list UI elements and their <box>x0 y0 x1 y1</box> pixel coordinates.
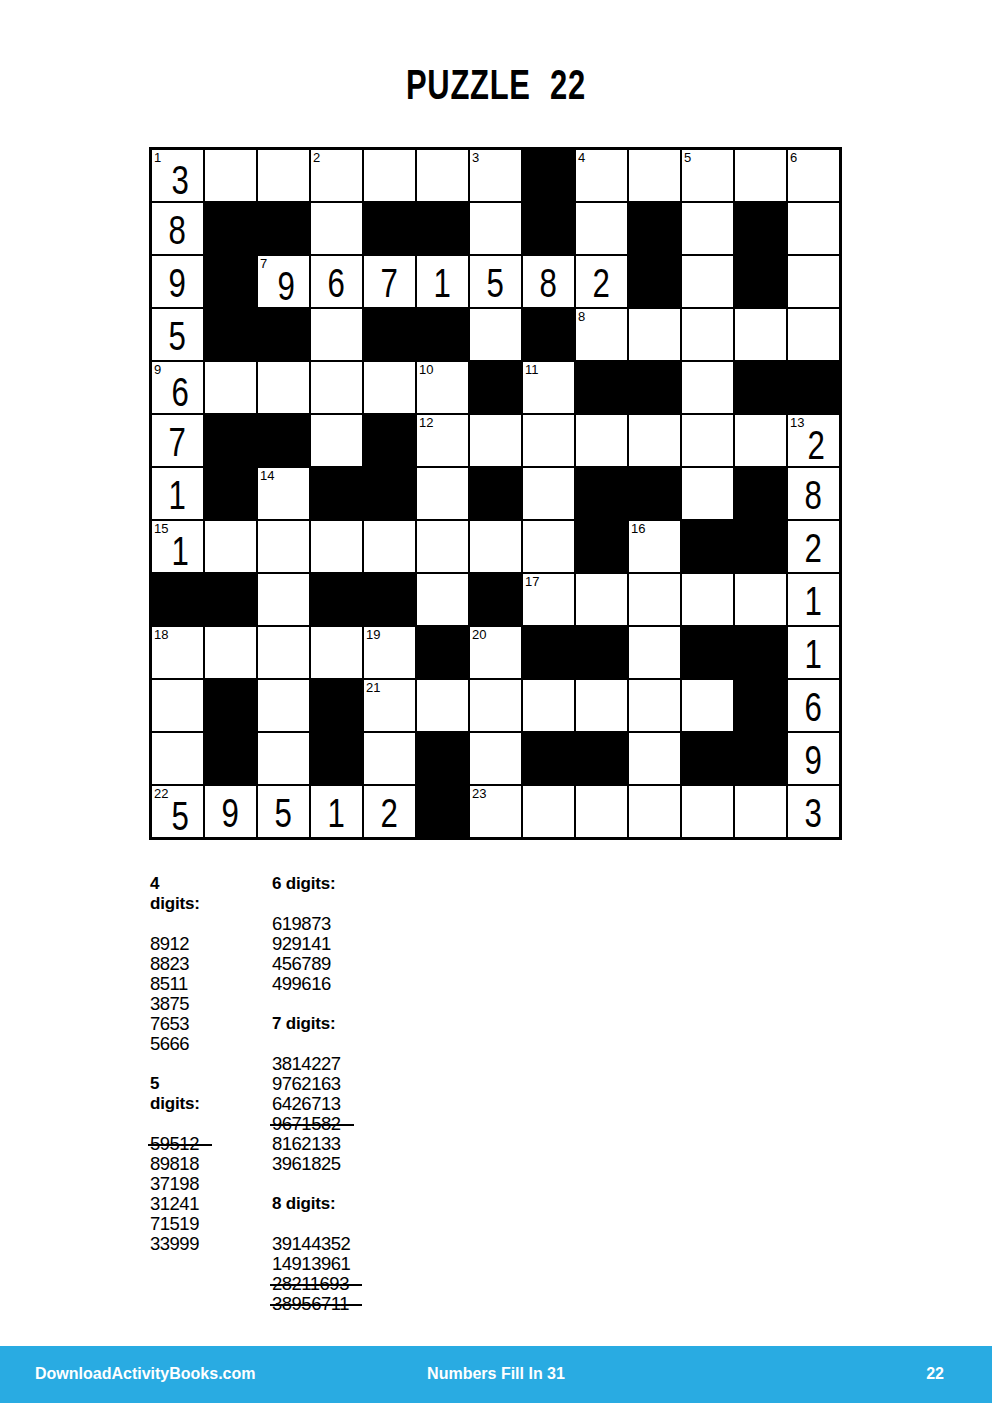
footer-puzzle-series-label: Numbers Fill In 31 <box>0 1346 992 1401</box>
white-cell[interactable] <box>576 415 627 466</box>
white-cell[interactable] <box>205 362 256 413</box>
white-cell[interactable] <box>735 574 786 625</box>
white-cell[interactable] <box>682 574 733 625</box>
black-cell <box>629 468 680 519</box>
white-cell[interactable] <box>258 627 309 678</box>
clue-entry: 39144352 <box>272 1234 350 1254</box>
clue-section: 5 digits:595128981837198312417151933999 <box>150 1074 200 1254</box>
white-cell[interactable]: 23 <box>470 786 521 837</box>
black-cell <box>152 574 203 625</box>
clue-entry: 929141 <box>272 934 350 954</box>
white-cell[interactable]: 8 <box>788 468 839 519</box>
cell-digit: 8 <box>169 210 186 250</box>
white-cell[interactable] <box>523 680 574 731</box>
black-cell <box>735 680 786 731</box>
white-cell[interactable] <box>629 150 680 201</box>
white-cell[interactable] <box>258 150 309 201</box>
clue-entry: 28211693 <box>272 1274 350 1294</box>
black-cell <box>788 362 839 413</box>
black-cell <box>364 415 415 466</box>
cell-digit: 8 <box>805 475 822 515</box>
black-cell <box>311 574 362 625</box>
clue-entry: 8511 <box>150 974 200 994</box>
white-cell[interactable]: 10 <box>417 362 468 413</box>
clue-number: 16 <box>631 521 645 536</box>
white-cell[interactable] <box>629 733 680 784</box>
clue-entry: 3961825 <box>272 1154 350 1174</box>
white-cell[interactable] <box>576 203 627 254</box>
white-cell[interactable]: 2 <box>576 256 627 307</box>
white-cell[interactable] <box>629 574 680 625</box>
clue-entry: 59512 <box>150 1134 200 1154</box>
black-cell <box>576 733 627 784</box>
white-cell[interactable]: 8 <box>152 203 203 254</box>
clue-entry: 499616 <box>272 974 350 994</box>
black-cell <box>576 468 627 519</box>
black-cell <box>258 415 309 466</box>
white-cell[interactable] <box>470 203 521 254</box>
white-cell[interactable] <box>311 309 362 360</box>
black-cell <box>364 309 415 360</box>
cell-digit: 9 <box>222 793 239 833</box>
white-cell[interactable]: 4 <box>576 150 627 201</box>
cell-digit: 7 <box>381 263 398 303</box>
white-cell[interactable] <box>417 468 468 519</box>
clue-number: 21 <box>366 680 380 695</box>
white-cell[interactable]: 3 <box>470 150 521 201</box>
black-cell <box>205 574 256 625</box>
white-cell[interactable]: 21 <box>364 680 415 731</box>
black-cell <box>735 256 786 307</box>
grid: 1323456897967158258961011712132114815116… <box>149 147 842 840</box>
clue-entry: 8823 <box>150 954 200 974</box>
white-cell[interactable]: 9 <box>788 733 839 784</box>
white-cell[interactable] <box>364 362 415 413</box>
clue-entry: 6426713 <box>272 1094 350 1114</box>
clue-section-heading: 7 digits: <box>272 1014 350 1034</box>
cell-digit: 9 <box>805 740 822 780</box>
white-cell[interactable] <box>629 415 680 466</box>
white-cell[interactable] <box>682 680 733 731</box>
black-cell <box>417 203 468 254</box>
white-cell[interactable] <box>311 415 362 466</box>
white-cell[interactable] <box>311 362 362 413</box>
black-cell <box>205 733 256 784</box>
clue-number: 14 <box>260 468 274 483</box>
white-cell[interactable]: 14 <box>258 468 309 519</box>
clue-number: 6 <box>790 150 797 165</box>
clue-number: 4 <box>578 150 585 165</box>
black-cell <box>523 150 574 201</box>
white-cell[interactable] <box>682 468 733 519</box>
white-cell[interactable] <box>417 150 468 201</box>
clue-entry: 89818 <box>150 1154 200 1174</box>
clue-entry: 3875 <box>150 994 200 1014</box>
clue-section-heading: 5 digits: <box>150 1074 200 1114</box>
white-cell[interactable] <box>576 574 627 625</box>
cell-digit: 9 <box>278 266 295 306</box>
white-cell[interactable] <box>205 627 256 678</box>
white-cell[interactable] <box>735 786 786 837</box>
cell-digit: 1 <box>169 475 186 515</box>
black-cell <box>470 468 521 519</box>
black-cell <box>258 309 309 360</box>
cell-digit: 5 <box>487 263 504 303</box>
black-cell <box>629 256 680 307</box>
white-cell[interactable]: 11 <box>523 362 574 413</box>
white-cell[interactable] <box>788 309 839 360</box>
cell-digit: 2 <box>381 793 398 833</box>
white-cell[interactable] <box>523 468 574 519</box>
cell-digit: 5 <box>169 316 186 356</box>
white-cell[interactable] <box>735 415 786 466</box>
black-cell <box>364 574 415 625</box>
clue-column: 6 digits:6198739291414567894996167 digit… <box>272 874 350 1334</box>
cell-digit: 1 <box>172 531 189 571</box>
cell-digit: 6 <box>805 687 822 727</box>
white-cell[interactable] <box>311 627 362 678</box>
cell-digit: 2 <box>593 263 610 303</box>
white-cell[interactable] <box>311 203 362 254</box>
white-cell[interactable]: 1 <box>152 468 203 519</box>
white-cell[interactable] <box>788 203 839 254</box>
white-cell[interactable]: 96 <box>152 362 203 413</box>
black-cell <box>523 627 574 678</box>
white-cell[interactable] <box>470 309 521 360</box>
clue-number: 12 <box>419 415 433 430</box>
page-title-wrap: PUZZLE 22 <box>0 60 992 109</box>
white-cell[interactable] <box>152 733 203 784</box>
white-cell[interactable]: 8 <box>523 256 574 307</box>
clue-section: 8 digits:3914435214913961282116933895671… <box>272 1194 350 1314</box>
page-title: PUZZLE 22 <box>406 60 586 109</box>
clue-entry: 38956711 <box>272 1294 350 1314</box>
black-cell <box>205 468 256 519</box>
cell-digit: 5 <box>275 793 292 833</box>
clue-number: 19 <box>366 627 380 642</box>
white-cell[interactable] <box>629 309 680 360</box>
white-cell[interactable]: 132 <box>788 415 839 466</box>
black-cell <box>629 362 680 413</box>
white-cell[interactable]: 6 <box>788 680 839 731</box>
white-cell[interactable]: 12 <box>417 415 468 466</box>
clue-entry: 9671582 <box>272 1114 350 1134</box>
cell-digit: 8 <box>540 263 557 303</box>
clue-number: 23 <box>472 786 486 801</box>
white-cell[interactable]: 19 <box>364 627 415 678</box>
black-cell <box>205 256 256 307</box>
clue-entry: 3814227 <box>272 1054 350 1074</box>
black-cell <box>682 733 733 784</box>
white-cell[interactable]: 2 <box>364 786 415 837</box>
cell-digit: 9 <box>169 263 186 303</box>
white-cell[interactable]: 1 <box>311 786 362 837</box>
white-cell[interactable]: 13 <box>152 150 203 201</box>
black-cell <box>523 309 574 360</box>
clue-number: 17 <box>525 574 539 589</box>
black-cell <box>417 627 468 678</box>
clue-entry: 5666 <box>150 1034 200 1054</box>
black-cell <box>735 468 786 519</box>
black-cell <box>576 521 627 572</box>
clue-entry: 7653 <box>150 1014 200 1034</box>
white-cell[interactable]: 9 <box>152 256 203 307</box>
white-cell[interactable] <box>682 203 733 254</box>
black-cell <box>576 362 627 413</box>
black-cell <box>364 203 415 254</box>
white-cell[interactable] <box>258 574 309 625</box>
clue-number: 7 <box>260 256 267 271</box>
white-cell[interactable] <box>576 680 627 731</box>
black-cell <box>735 627 786 678</box>
clue-entry: 31241 <box>150 1194 200 1214</box>
white-cell[interactable] <box>364 733 415 784</box>
black-cell <box>735 362 786 413</box>
cell-digit: 5 <box>172 796 189 836</box>
clue-number: 3 <box>472 150 479 165</box>
white-cell[interactable] <box>417 521 468 572</box>
cell-digit: 2 <box>808 425 825 465</box>
white-cell[interactable] <box>417 574 468 625</box>
clue-entry: 8912 <box>150 934 200 954</box>
clue-number: 15 <box>154 521 168 536</box>
clue-entry: 619873 <box>272 914 350 934</box>
clue-number: 18 <box>154 627 168 642</box>
black-cell <box>205 680 256 731</box>
cell-digit: 7 <box>169 422 186 462</box>
cell-digit: 1 <box>434 263 451 303</box>
white-cell[interactable] <box>682 256 733 307</box>
black-cell <box>417 786 468 837</box>
white-cell[interactable] <box>682 415 733 466</box>
black-cell <box>205 203 256 254</box>
cell-digit: 6 <box>172 372 189 412</box>
cell-digit: 3 <box>172 160 189 200</box>
white-cell[interactable]: 17 <box>523 574 574 625</box>
black-cell <box>523 733 574 784</box>
white-cell[interactable] <box>205 521 256 572</box>
black-cell <box>364 468 415 519</box>
white-cell[interactable]: 2 <box>788 521 839 572</box>
footer-page-number: 22 <box>926 1346 944 1401</box>
black-cell <box>629 203 680 254</box>
black-cell <box>735 521 786 572</box>
white-cell[interactable]: 1 <box>417 256 468 307</box>
white-cell[interactable] <box>523 415 574 466</box>
clue-entry: 8162133 <box>272 1134 350 1154</box>
clue-section-heading: 4 digits: <box>150 874 200 914</box>
white-cell[interactable] <box>576 786 627 837</box>
white-cell[interactable] <box>470 680 521 731</box>
white-cell[interactable] <box>629 680 680 731</box>
white-cell[interactable] <box>258 680 309 731</box>
clue-number: 10 <box>419 362 433 377</box>
white-cell[interactable]: 20 <box>470 627 521 678</box>
black-cell <box>205 415 256 466</box>
black-cell <box>311 468 362 519</box>
clue-number: 2 <box>313 150 320 165</box>
white-cell[interactable] <box>364 150 415 201</box>
cell-digit: 1 <box>328 793 345 833</box>
clue-number: 8 <box>578 309 585 324</box>
white-cell[interactable] <box>788 256 839 307</box>
white-cell[interactable]: 5 <box>258 786 309 837</box>
clue-column: 4 digits:8912882385113875765356665 digit… <box>150 874 200 1274</box>
white-cell[interactable]: 7 <box>364 256 415 307</box>
white-cell[interactable]: 1 <box>788 574 839 625</box>
white-cell[interactable] <box>735 309 786 360</box>
clue-entry: 33999 <box>150 1234 200 1254</box>
black-cell <box>523 203 574 254</box>
white-cell[interactable] <box>364 521 415 572</box>
white-cell[interactable]: 5 <box>152 309 203 360</box>
white-cell[interactable] <box>682 309 733 360</box>
white-cell[interactable]: 6 <box>311 256 362 307</box>
white-cell[interactable]: 151 <box>152 521 203 572</box>
white-cell[interactable]: 18 <box>152 627 203 678</box>
black-cell <box>258 203 309 254</box>
cell-digit: 2 <box>805 528 822 568</box>
white-cell[interactable] <box>735 150 786 201</box>
cell-digit: 1 <box>805 581 822 621</box>
white-cell[interactable] <box>629 627 680 678</box>
black-cell <box>470 362 521 413</box>
clue-section: 7 digits:3814227976216364267139671582816… <box>272 1014 350 1174</box>
white-cell[interactable]: 8 <box>576 309 627 360</box>
white-cell[interactable] <box>258 362 309 413</box>
black-cell <box>470 574 521 625</box>
clue-entry: 37198 <box>150 1174 200 1194</box>
white-cell[interactable] <box>258 521 309 572</box>
clue-number: 22 <box>154 786 168 801</box>
white-cell[interactable] <box>258 733 309 784</box>
white-cell[interactable] <box>682 362 733 413</box>
clue-section: 4 digits:891288238511387576535666 <box>150 874 200 1054</box>
black-cell <box>417 309 468 360</box>
clue-number: 5 <box>684 150 691 165</box>
black-cell <box>682 521 733 572</box>
white-cell[interactable] <box>205 150 256 201</box>
cell-digit: 3 <box>805 793 822 833</box>
black-cell <box>311 733 362 784</box>
black-cell <box>311 680 362 731</box>
white-cell[interactable]: 225 <box>152 786 203 837</box>
black-cell <box>735 733 786 784</box>
black-cell <box>576 627 627 678</box>
black-cell <box>417 733 468 784</box>
white-cell[interactable]: 1 <box>788 627 839 678</box>
white-cell[interactable] <box>470 415 521 466</box>
clue-number: 13 <box>790 415 804 430</box>
black-cell <box>205 309 256 360</box>
white-cell[interactable]: 2 <box>311 150 362 201</box>
white-cell[interactable] <box>417 680 468 731</box>
white-cell[interactable] <box>523 521 574 572</box>
clue-entry: 9762163 <box>272 1074 350 1094</box>
clue-section: 6 digits:619873929141456789499616 <box>272 874 350 994</box>
clue-number: 20 <box>472 627 486 642</box>
white-cell[interactable]: 6 <box>788 150 839 201</box>
white-cell[interactable]: 3 <box>788 786 839 837</box>
white-cell[interactable]: 9 <box>205 786 256 837</box>
white-cell[interactable]: 79 <box>258 256 309 307</box>
white-cell[interactable] <box>682 786 733 837</box>
cell-digit: 1 <box>805 634 822 674</box>
clue-entry: 14913961 <box>272 1254 350 1274</box>
clue-number: 11 <box>525 362 539 377</box>
white-cell[interactable] <box>152 680 203 731</box>
clue-entry: 456789 <box>272 954 350 974</box>
white-cell[interactable]: 7 <box>152 415 203 466</box>
clue-number: 1 <box>154 150 161 165</box>
white-cell[interactable] <box>470 521 521 572</box>
white-cell[interactable] <box>470 733 521 784</box>
clue-entry: 71519 <box>150 1214 200 1234</box>
clue-section-heading: 8 digits: <box>272 1194 350 1214</box>
black-cell <box>735 203 786 254</box>
white-cell[interactable] <box>523 786 574 837</box>
white-cell[interactable] <box>629 786 680 837</box>
cell-digit: 6 <box>328 263 345 303</box>
clue-section-heading: 6 digits: <box>272 874 350 894</box>
white-cell[interactable]: 5 <box>682 150 733 201</box>
clue-number: 9 <box>154 362 161 377</box>
black-cell <box>682 627 733 678</box>
white-cell[interactable]: 16 <box>629 521 680 572</box>
footer: DownloadActivityBooks.com Numbers Fill I… <box>0 1346 992 1403</box>
white-cell[interactable] <box>311 521 362 572</box>
white-cell[interactable]: 5 <box>470 256 521 307</box>
